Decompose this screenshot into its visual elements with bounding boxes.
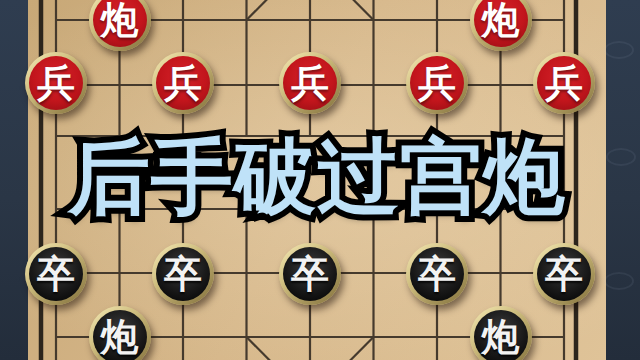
piece-glyph: 兵 <box>37 64 75 102</box>
piece-glyph: 炮 <box>101 1 139 39</box>
video-title-caption: 后手破过宫炮 <box>28 128 606 226</box>
piece-glyph: 炮 <box>482 1 520 39</box>
piece-glyph: 兵 <box>291 64 329 102</box>
app-stage: 炮炮兵兵兵兵兵卒卒卒卒卒炮炮 后手破过宫炮 <box>0 0 640 360</box>
piece-red-soldier[interactable]: 兵 <box>152 52 214 114</box>
piece-glyph: 卒 <box>291 255 329 293</box>
piece-black-soldier[interactable]: 卒 <box>406 243 468 305</box>
board-intersection: 兵 <box>405 52 469 115</box>
board-intersection: 兵 <box>278 52 342 115</box>
piece-black-soldier[interactable]: 卒 <box>152 243 214 305</box>
board-intersection: 兵 <box>151 52 215 115</box>
piece-red-cannon[interactable]: 炮 <box>470 0 532 51</box>
board-intersection: 卒 <box>151 242 215 305</box>
piece-black-cannon[interactable]: 炮 <box>470 306 532 360</box>
piece-red-soldier[interactable]: 兵 <box>279 52 341 114</box>
piece-red-soldier[interactable]: 兵 <box>25 52 87 114</box>
piece-glyph: 兵 <box>164 64 202 102</box>
piece-black-soldier[interactable]: 卒 <box>25 243 87 305</box>
piece-red-cannon[interactable]: 炮 <box>89 0 151 51</box>
board-intersection: 炮 <box>469 305 533 360</box>
piece-glyph: 炮 <box>482 318 520 356</box>
piece-glyph: 卒 <box>545 255 583 293</box>
piece-glyph: 卒 <box>418 255 456 293</box>
piece-glyph: 兵 <box>418 64 456 102</box>
board-intersection: 兵 <box>532 52 596 115</box>
piece-black-soldier[interactable]: 卒 <box>279 243 341 305</box>
piece-black-cannon-soldier-marker[interactable]: 卒 <box>533 243 595 305</box>
board-intersection: 兵 <box>24 52 88 115</box>
board-intersection: 炮 <box>88 0 152 52</box>
piece-glyph: 炮 <box>101 318 139 356</box>
board-intersection: 卒 <box>405 242 469 305</box>
board-intersection: 卒 <box>24 242 88 305</box>
board-intersection: 卒 <box>532 242 596 305</box>
board-intersection: 炮 <box>469 0 533 52</box>
piece-black-cannon[interactable]: 炮 <box>89 306 151 360</box>
piece-glyph: 卒 <box>37 255 75 293</box>
piece-glyph: 兵 <box>545 64 583 102</box>
piece-red-soldier[interactable]: 兵 <box>533 52 595 114</box>
board-intersection: 卒 <box>278 242 342 305</box>
piece-red-soldier[interactable]: 兵 <box>406 52 468 114</box>
board-intersection: 炮 <box>88 305 152 360</box>
piece-glyph: 卒 <box>164 255 202 293</box>
